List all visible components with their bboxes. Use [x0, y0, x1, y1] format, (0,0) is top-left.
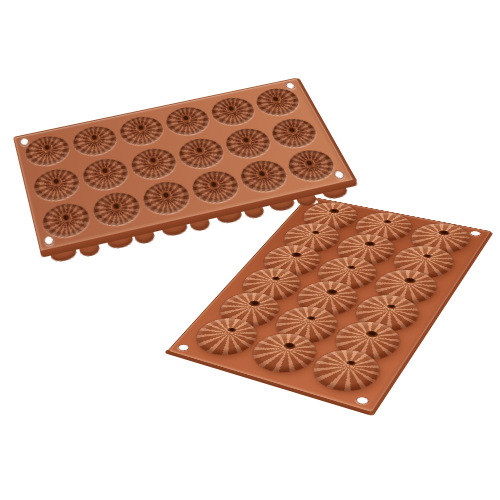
cavity-center-post: [109, 201, 122, 212]
cavity-center-post: [134, 124, 147, 133]
dome-center-dimple: [437, 230, 451, 236]
cavity-center-post: [193, 146, 206, 156]
product-photo-stage: [0, 0, 500, 500]
dome-center-dimple: [364, 330, 379, 338]
cavity-center-post: [255, 169, 269, 179]
dome-center-dimple: [282, 342, 297, 351]
cavity-center-post: [159, 190, 173, 200]
dome-center-dimple: [226, 327, 237, 333]
cavity-center-post: [285, 126, 299, 135]
front-mold: [168, 196, 490, 411]
cavity-center-post: [225, 105, 238, 114]
dome-center-dimple: [247, 300, 261, 308]
dome-center-dimple: [289, 252, 303, 259]
dome-center-dimple: [386, 304, 397, 310]
dome-center-dimple: [383, 220, 393, 224]
cavity-center-post: [41, 143, 53, 152]
dome-center-dimple: [325, 289, 339, 296]
cavity-center-post: [180, 114, 193, 123]
dome-center-dimple: [311, 231, 321, 235]
dome-center-dimple: [271, 276, 281, 281]
cavity-center-post: [207, 179, 221, 189]
dome-center-dimple: [345, 360, 356, 366]
cavity-center-post: [88, 134, 100, 143]
dome-center-dimple: [328, 208, 341, 214]
cavity-center-post: [146, 156, 159, 166]
dome-center-dimple: [403, 277, 418, 284]
cavity-center-post: [302, 158, 316, 168]
cavity-center-post: [240, 136, 254, 145]
cavity-center-post: [270, 95, 283, 104]
dome-center-dimple: [346, 265, 356, 270]
dome-center-dimple: [306, 316, 317, 322]
cavity-center-post: [50, 177, 63, 187]
dome-center-dimple: [422, 254, 432, 259]
cavity-center-post: [98, 166, 111, 176]
cavity-center-post: [59, 212, 72, 223]
dome-center-dimple: [363, 241, 377, 248]
